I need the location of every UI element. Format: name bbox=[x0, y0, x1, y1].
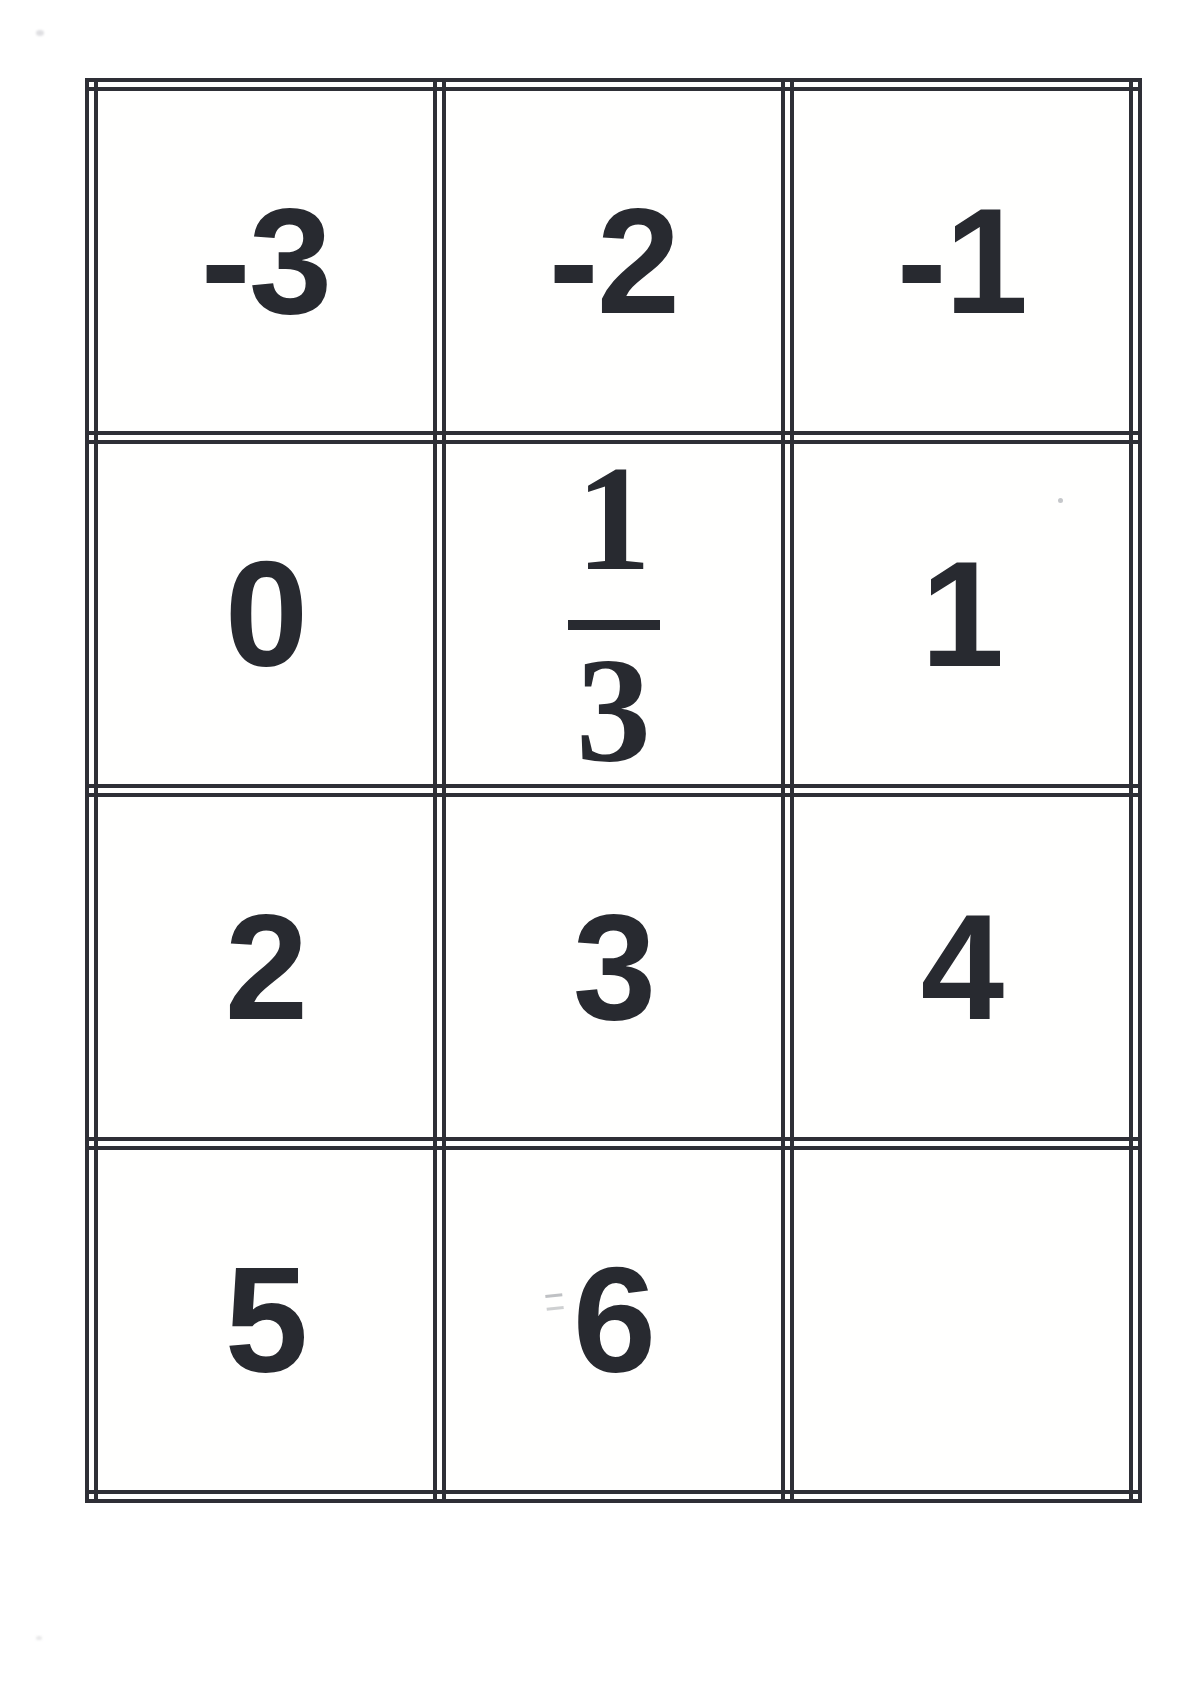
card-row-3: 234 bbox=[92, 791, 1136, 1144]
card-row-4: 56 bbox=[92, 1144, 1136, 1497]
card-4: 4 bbox=[788, 791, 1136, 1144]
card-0-value: 0 bbox=[225, 539, 306, 689]
card-6: 6 bbox=[440, 1144, 788, 1497]
card-minus-2: -2 bbox=[440, 85, 788, 438]
scan-speck-top-left bbox=[36, 30, 44, 36]
scan-speck-bottom-left bbox=[36, 1636, 42, 1640]
card-row-2: 0131 bbox=[92, 438, 1136, 791]
card-2-value: 2 bbox=[225, 892, 306, 1042]
card-one-third: 13 bbox=[440, 438, 788, 791]
card-minus-1: -1 bbox=[788, 85, 1136, 438]
card-5-value: 5 bbox=[225, 1245, 306, 1395]
scanned-worksheet-page: -3-2-1013123456 bbox=[0, 0, 1190, 1684]
card-minus-2-value: -2 bbox=[549, 186, 678, 336]
card-row-1: -3-2-1 bbox=[92, 85, 1136, 438]
card-minus-3: -3 bbox=[92, 85, 440, 438]
card-5: 5 bbox=[92, 1144, 440, 1497]
number-card-grid: -3-2-1013123456 bbox=[85, 78, 1142, 1503]
card-6-value: 6 bbox=[573, 1245, 654, 1395]
card-0: 0 bbox=[92, 438, 440, 791]
card-empty bbox=[788, 1144, 1136, 1497]
card-3-value: 3 bbox=[573, 892, 654, 1042]
fraction-numerator: 1 bbox=[576, 462, 651, 574]
card-1: 1 bbox=[788, 438, 1136, 791]
card-2: 2 bbox=[92, 791, 440, 1144]
fraction-denominator: 3 bbox=[576, 654, 651, 766]
card-minus-1-value: -1 bbox=[897, 186, 1026, 336]
card-minus-3-value: -3 bbox=[201, 186, 330, 336]
number-card-grid-body: -3-2-1013123456 bbox=[92, 85, 1136, 1497]
card-one-third-value: 13 bbox=[568, 462, 660, 766]
card-1-value: 1 bbox=[921, 539, 1002, 689]
card-3: 3 bbox=[440, 791, 788, 1144]
card-4-value: 4 bbox=[921, 892, 1002, 1042]
